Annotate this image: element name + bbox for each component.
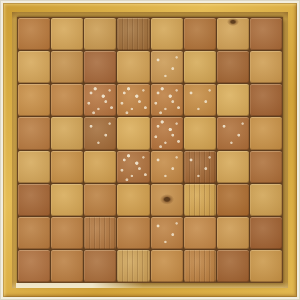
board-square-r8c3[interactable] [84, 250, 116, 282]
board-square-r5c4[interactable] [117, 151, 149, 183]
board-square-r6c1[interactable] [18, 184, 50, 216]
board-square-r6c3[interactable] [84, 184, 116, 216]
board-square-r4c6[interactable] [184, 117, 216, 149]
board-square-r7c1[interactable] [18, 217, 50, 249]
wooden-frame [3, 3, 297, 297]
board-square-r3c1[interactable] [18, 84, 50, 116]
board-square-r1c2[interactable] [51, 18, 83, 50]
board-square-r6c8[interactable] [250, 184, 282, 216]
board-square-r3c8[interactable] [250, 84, 282, 116]
board-square-r1c3[interactable] [84, 18, 116, 50]
board-square-r7c5[interactable] [151, 217, 183, 249]
board-square-r7c3[interactable] [84, 217, 116, 249]
board-square-r4c4[interactable] [117, 117, 149, 149]
board-square-r8c1[interactable] [18, 250, 50, 282]
board-square-r4c1[interactable] [18, 117, 50, 149]
board-square-r7c4[interactable] [117, 217, 149, 249]
board-square-r8c6[interactable] [184, 250, 216, 282]
frame-recess-gap [12, 12, 288, 288]
framed-board-photo [0, 0, 300, 300]
board-square-r2c7[interactable] [217, 51, 249, 83]
board-square-r2c3[interactable] [84, 51, 116, 83]
board-square-r5c6[interactable] [184, 151, 216, 183]
checkerboard [17, 17, 283, 283]
board-square-r4c2[interactable] [51, 117, 83, 149]
board-square-r5c1[interactable] [18, 151, 50, 183]
board-square-r8c5[interactable] [151, 250, 183, 282]
board-square-r6c6[interactable] [184, 184, 216, 216]
board-square-r3c7[interactable] [217, 84, 249, 116]
board-square-r6c7[interactable] [217, 184, 249, 216]
board-square-r5c2[interactable] [51, 151, 83, 183]
board-square-r2c6[interactable] [184, 51, 216, 83]
board-square-r4c3[interactable] [84, 117, 116, 149]
board-square-r1c8[interactable] [250, 18, 282, 50]
board-square-r1c7[interactable] [217, 18, 249, 50]
board-square-r5c7[interactable] [217, 151, 249, 183]
board-square-r2c4[interactable] [117, 51, 149, 83]
board-square-r2c8[interactable] [250, 51, 282, 83]
board-square-r1c4[interactable] [117, 18, 149, 50]
board-square-r2c5[interactable] [151, 51, 183, 83]
board-square-r5c8[interactable] [250, 151, 282, 183]
board-square-r7c7[interactable] [217, 217, 249, 249]
board-square-r5c3[interactable] [84, 151, 116, 183]
board-square-r1c1[interactable] [18, 18, 50, 50]
board-square-r2c1[interactable] [18, 51, 50, 83]
board-square-r3c4[interactable] [117, 84, 149, 116]
board-square-r4c7[interactable] [217, 117, 249, 149]
board-square-r1c6[interactable] [184, 18, 216, 50]
board-square-r6c5[interactable] [151, 184, 183, 216]
board-square-r3c6[interactable] [184, 84, 216, 116]
board-square-r8c2[interactable] [51, 250, 83, 282]
board-square-r4c5[interactable] [151, 117, 183, 149]
board-square-r4c8[interactable] [250, 117, 282, 149]
board-square-r6c4[interactable] [117, 184, 149, 216]
board-square-r7c6[interactable] [184, 217, 216, 249]
frame-outer-edge [0, 0, 300, 300]
board-square-r7c2[interactable] [51, 217, 83, 249]
board-square-r7c8[interactable] [250, 217, 282, 249]
board-square-r8c7[interactable] [217, 250, 249, 282]
board-square-r5c5[interactable] [151, 151, 183, 183]
board-square-r3c2[interactable] [51, 84, 83, 116]
board-square-r1c5[interactable] [151, 18, 183, 50]
board-square-r8c4[interactable] [117, 250, 149, 282]
board-square-r2c2[interactable] [51, 51, 83, 83]
board-square-r8c8[interactable] [250, 250, 282, 282]
board-square-r6c2[interactable] [51, 184, 83, 216]
board-square-r3c3[interactable] [84, 84, 116, 116]
board-square-r3c5[interactable] [151, 84, 183, 116]
